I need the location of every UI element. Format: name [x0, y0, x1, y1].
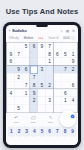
numpad-key-8[interactable]: 8	[62, 127, 69, 137]
camera-notch	[36, 25, 48, 27]
tablet-frame: ‹ Sudoku ◐ ▦ ⚙ Difficulty Medium ♥♥♥ Sco…	[3, 22, 81, 148]
numpad-key-3[interactable]: 3	[23, 127, 30, 137]
cell-r8c4[interactable]: 2	[30, 97, 38, 105]
cell-r2c2[interactable]: 7	[15, 50, 23, 58]
cell-r8c2[interactable]	[15, 97, 23, 105]
numpad-key-4[interactable]: 4	[31, 127, 38, 137]
notes-label: Notes	[48, 121, 53, 123]
erase-button[interactable]: Erase	[26, 116, 40, 124]
cell-r4c4[interactable]	[30, 66, 38, 74]
cell-r7c4[interactable]: 9	[30, 89, 38, 97]
cell-r9c3[interactable]	[23, 105, 31, 113]
cell-r1c1[interactable]	[7, 43, 15, 51]
cell-r1c3[interactable]: 5	[23, 43, 31, 51]
cell-r2c9[interactable]: 1	[69, 50, 77, 58]
toolbar: ↶ Undo Erase ✎ Notes 1 Hint	[6, 113, 78, 126]
cell-r1c5[interactable]: 9	[38, 43, 46, 51]
cell-r3c5[interactable]	[38, 58, 46, 66]
numpad-key-7[interactable]: 7	[54, 127, 61, 137]
cell-r2c5[interactable]	[38, 50, 46, 58]
cell-r4c1[interactable]	[7, 66, 15, 74]
lives-hearts: ♥♥♥	[38, 37, 43, 40]
cell-r8c5[interactable]	[38, 97, 46, 105]
score-text: Score: 0	[48, 37, 58, 40]
score-value: 0	[57, 37, 58, 40]
sudoku-grid: 56979718651619963722778526419623145	[7, 42, 78, 113]
back-chevron-icon: ‹	[9, 29, 10, 33]
cell-r7c7[interactable]	[54, 89, 62, 97]
difficulty-label: Difficulty	[9, 37, 19, 40]
cell-r3c3[interactable]	[23, 58, 31, 66]
cell-r7c3[interactable]: 1	[23, 89, 31, 97]
cell-r8c6[interactable]: 3	[46, 97, 54, 105]
cell-r6c4[interactable]: 8	[30, 81, 38, 89]
cell-r9c4[interactable]	[30, 105, 38, 113]
cell-r4c2[interactable]: 9	[15, 66, 23, 74]
numpad-key-9[interactable]: 9	[69, 127, 76, 137]
cell-r2c3[interactable]	[23, 50, 31, 58]
cell-r9c5[interactable]	[38, 105, 46, 113]
status-bar: Difficulty Medium ♥♥♥ Score: 0 00:00	[6, 34, 78, 42]
cell-r7c2[interactable]	[15, 89, 23, 97]
cell-r3c9[interactable]: 9	[69, 58, 77, 66]
cell-r3c4[interactable]	[30, 58, 38, 66]
pencil-icon: ✎	[49, 116, 52, 121]
cell-r4c8[interactable]: 7	[61, 66, 69, 74]
cell-r7c1[interactable]: 4	[7, 89, 15, 97]
cell-r8c8[interactable]: 1	[61, 97, 69, 105]
cell-r8c9[interactable]: 4	[69, 97, 77, 105]
cell-r4c9[interactable]: 2	[69, 66, 77, 74]
cell-r3c6[interactable]: 1	[46, 58, 54, 66]
theme-icon[interactable]: ◐	[61, 29, 63, 32]
tip-badge: 1	[71, 115, 75, 119]
undo-button[interactable]: ↶ Undo	[9, 116, 23, 124]
cell-r1c4[interactable]: 6	[30, 43, 38, 51]
numpad-key-2[interactable]: 2	[16, 127, 23, 137]
cell-r5c5[interactable]	[38, 74, 46, 82]
cell-r6c5[interactable]: 5	[38, 81, 46, 89]
cell-r8c7[interactable]	[54, 97, 62, 105]
undo-icon: ↶	[14, 116, 17, 121]
marketing-screenshot: Use Tips And Notes ‹ Sudoku ◐ ▦ ⚙ Diffic…	[0, 0, 84, 150]
tip-spotlight	[59, 110, 76, 127]
cell-r5c2[interactable]: 2	[15, 74, 23, 82]
cell-r4c7[interactable]	[54, 66, 62, 74]
cell-r6c2[interactable]	[15, 81, 23, 89]
cell-r5c3[interactable]	[23, 74, 31, 82]
cell-r5c8[interactable]	[61, 74, 69, 82]
cell-r5c6[interactable]	[46, 74, 54, 82]
back-button[interactable]: ‹ Sudoku	[9, 29, 27, 34]
cell-r2c8[interactable]: 5	[61, 50, 69, 58]
notes-button[interactable]: ✎ Notes	[44, 116, 58, 124]
cell-r9c7[interactable]	[54, 105, 62, 113]
undo-label: Undo	[14, 121, 19, 123]
header-icons: ◐ ▦ ⚙	[61, 29, 75, 32]
cell-r1c9[interactable]	[69, 43, 77, 51]
cell-r3c8[interactable]	[61, 58, 69, 66]
cell-r4c5[interactable]: 3	[38, 66, 46, 74]
cell-r5c9[interactable]	[69, 74, 77, 82]
cell-r3c2[interactable]	[15, 58, 23, 66]
cell-r6c9[interactable]: 6	[69, 81, 77, 89]
cell-r1c7[interactable]	[54, 43, 62, 51]
eraser-icon	[31, 116, 35, 121]
cell-r2c1[interactable]: 9	[7, 50, 15, 58]
difficulty-value: Medium	[24, 37, 33, 40]
cell-r7c8[interactable]: 6	[61, 89, 69, 97]
cell-r4c6[interactable]	[46, 66, 54, 74]
cell-r9c2[interactable]: 5	[15, 105, 23, 113]
cell-r7c5[interactable]	[38, 89, 46, 97]
cell-r5c4[interactable]: 7	[30, 74, 38, 82]
app-screen: ‹ Sudoku ◐ ▦ ⚙ Difficulty Medium ♥♥♥ Sco…	[6, 25, 78, 145]
cell-r6c8[interactable]	[61, 81, 69, 89]
erase-label: Erase	[31, 121, 36, 123]
cell-r1c8[interactable]	[61, 43, 69, 51]
number-pad: 123456789	[6, 126, 78, 137]
timer: 00:00	[63, 36, 75, 40]
caption-bar: Use Tips And Notes	[0, 0, 84, 22]
caption-text: Use Tips And Notes	[6, 7, 79, 16]
cell-r5c7[interactable]	[54, 74, 62, 82]
cell-r8c1[interactable]	[7, 97, 15, 105]
numpad-key-6[interactable]: 6	[46, 127, 53, 137]
cell-r7c6[interactable]	[46, 89, 54, 97]
cell-r6c7[interactable]	[54, 81, 62, 89]
cell-r3c7[interactable]	[54, 58, 62, 66]
cell-r2c6[interactable]: 8	[46, 50, 54, 58]
cell-r6c3[interactable]: 7	[23, 81, 31, 89]
cell-r3c1[interactable]: 6	[7, 58, 15, 66]
cell-r8c3[interactable]	[23, 97, 31, 105]
cell-r1c6[interactable]: 7	[46, 43, 54, 51]
time-value: 00:00	[63, 37, 70, 40]
settings-icon[interactable]: ⚙	[72, 29, 75, 32]
numpad-key-1[interactable]: 1	[8, 127, 15, 137]
cell-r5c1[interactable]	[7, 74, 15, 82]
cell-r4c3[interactable]: 6	[23, 66, 31, 74]
pause-button[interactable]	[71, 36, 75, 40]
pencil-note: 1	[31, 51, 32, 54]
numpad-key-5[interactable]: 5	[39, 127, 46, 137]
cell-r9c1[interactable]	[7, 105, 15, 113]
cell-r2c7[interactable]: 6	[54, 50, 62, 58]
cell-r9c6[interactable]	[46, 105, 54, 113]
page-title: Sudoku	[12, 29, 27, 34]
cell-r6c1[interactable]	[7, 81, 15, 89]
stats-icon[interactable]: ▦	[66, 29, 69, 32]
cell-r6c6[interactable]: 2	[46, 81, 54, 89]
cell-r2c4[interactable]: 1	[30, 50, 38, 58]
hint-button[interactable]: 1 Hint	[61, 116, 75, 124]
score-label: Score:	[48, 37, 56, 40]
cell-r7c9[interactable]	[69, 89, 77, 97]
cell-r1c2[interactable]	[15, 43, 23, 51]
